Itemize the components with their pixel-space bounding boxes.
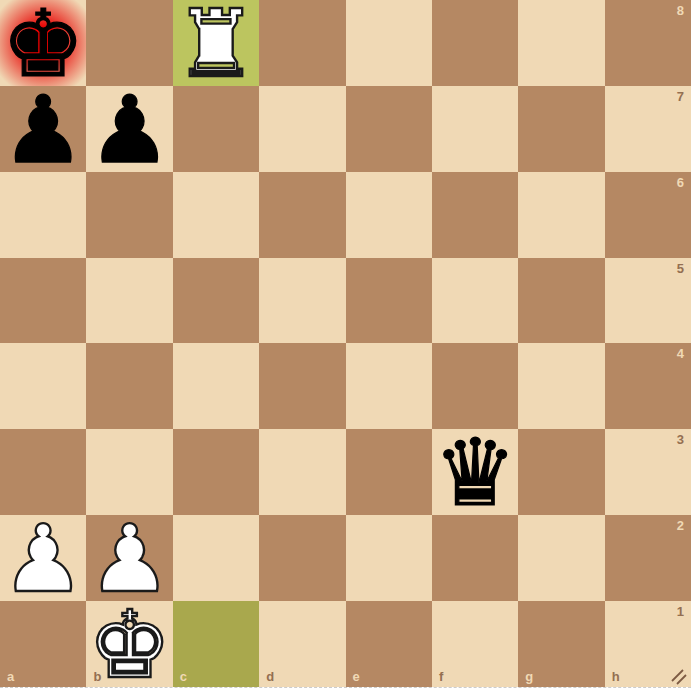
square-g1[interactable]: g <box>518 601 604 687</box>
file-label-c: c <box>180 670 187 683</box>
square-a7[interactable]: ♟ <box>0 86 86 172</box>
black-king[interactable]: ♚ <box>2 1 85 87</box>
square-d4[interactable] <box>259 343 345 429</box>
square-f1[interactable]: f <box>432 601 518 687</box>
rank-label-7: 7 <box>677 90 684 103</box>
rank-label-5: 5 <box>677 262 684 275</box>
square-e5[interactable] <box>346 258 432 344</box>
file-label-e: e <box>353 670 360 683</box>
square-a8[interactable]: ♚ <box>0 0 86 86</box>
square-f3[interactable]: ♛ <box>432 429 518 515</box>
square-b8[interactable] <box>86 0 172 86</box>
square-f2[interactable] <box>432 515 518 601</box>
square-c4[interactable] <box>173 343 259 429</box>
square-b1[interactable]: ♚b <box>86 601 172 687</box>
file-label-a: a <box>7 670 14 683</box>
square-g3[interactable] <box>518 429 604 515</box>
square-h6[interactable]: 6 <box>605 172 691 258</box>
square-b2[interactable]: ♟ <box>86 515 172 601</box>
square-e8[interactable] <box>346 0 432 86</box>
square-c7[interactable] <box>173 86 259 172</box>
square-e1[interactable]: e <box>346 601 432 687</box>
square-a1[interactable]: a <box>0 601 86 687</box>
square-f5[interactable] <box>432 258 518 344</box>
square-c8[interactable]: ♜ <box>173 0 259 86</box>
square-f4[interactable] <box>432 343 518 429</box>
square-g7[interactable] <box>518 86 604 172</box>
square-g2[interactable] <box>518 515 604 601</box>
square-d5[interactable] <box>259 258 345 344</box>
square-a2[interactable]: ♟ <box>0 515 86 601</box>
square-d7[interactable] <box>259 86 345 172</box>
file-label-b: b <box>93 670 101 683</box>
square-a6[interactable] <box>0 172 86 258</box>
square-c2[interactable] <box>173 515 259 601</box>
file-label-h: h <box>612 670 620 683</box>
file-label-d: d <box>266 670 274 683</box>
square-f7[interactable] <box>432 86 518 172</box>
chess-board: ♚♜8♟♟7654♛3♟♟2a♚bcdefg1h <box>0 0 691 687</box>
square-f6[interactable] <box>432 172 518 258</box>
square-d6[interactable] <box>259 172 345 258</box>
square-e3[interactable] <box>346 429 432 515</box>
rank-label-8: 8 <box>677 4 684 17</box>
square-d8[interactable] <box>259 0 345 86</box>
square-h8[interactable]: 8 <box>605 0 691 86</box>
black-queen[interactable]: ♛ <box>433 430 516 516</box>
square-b4[interactable] <box>86 343 172 429</box>
white-pawn[interactable]: ♟ <box>2 516 85 602</box>
file-label-f: f <box>439 670 443 683</box>
square-d1[interactable]: d <box>259 601 345 687</box>
square-a5[interactable] <box>0 258 86 344</box>
square-d3[interactable] <box>259 429 345 515</box>
square-e4[interactable] <box>346 343 432 429</box>
rank-label-3: 3 <box>677 433 684 446</box>
board-resize-handle[interactable] <box>670 668 687 685</box>
square-g5[interactable] <box>518 258 604 344</box>
square-b6[interactable] <box>86 172 172 258</box>
square-e2[interactable] <box>346 515 432 601</box>
square-e6[interactable] <box>346 172 432 258</box>
square-h2[interactable]: 2 <box>605 515 691 601</box>
chess-page: ♚♜8♟♟7654♛3♟♟2a♚bcdefg1h <box>0 0 691 691</box>
rank-label-4: 4 <box>677 347 684 360</box>
rank-label-2: 2 <box>677 519 684 532</box>
square-f8[interactable] <box>432 0 518 86</box>
square-b5[interactable] <box>86 258 172 344</box>
square-g4[interactable] <box>518 343 604 429</box>
square-a3[interactable] <box>0 429 86 515</box>
rank-label-6: 6 <box>677 176 684 189</box>
square-c1[interactable]: c <box>173 601 259 687</box>
white-rook[interactable]: ♜ <box>174 1 257 87</box>
black-pawn[interactable]: ♟ <box>88 87 171 173</box>
square-b3[interactable] <box>86 429 172 515</box>
black-pawn[interactable]: ♟ <box>2 87 85 173</box>
square-d2[interactable] <box>259 515 345 601</box>
rank-label-1: 1 <box>677 605 684 618</box>
square-c3[interactable] <box>173 429 259 515</box>
square-b7[interactable]: ♟ <box>86 86 172 172</box>
square-c6[interactable] <box>173 172 259 258</box>
square-h4[interactable]: 4 <box>605 343 691 429</box>
square-e7[interactable] <box>346 86 432 172</box>
square-g8[interactable] <box>518 0 604 86</box>
square-c5[interactable] <box>173 258 259 344</box>
square-h7[interactable]: 7 <box>605 86 691 172</box>
square-h5[interactable]: 5 <box>605 258 691 344</box>
file-label-g: g <box>525 670 533 683</box>
square-g6[interactable] <box>518 172 604 258</box>
white-pawn[interactable]: ♟ <box>88 516 171 602</box>
square-a4[interactable] <box>0 343 86 429</box>
square-h3[interactable]: 3 <box>605 429 691 515</box>
page-bottom-strip <box>0 687 691 691</box>
